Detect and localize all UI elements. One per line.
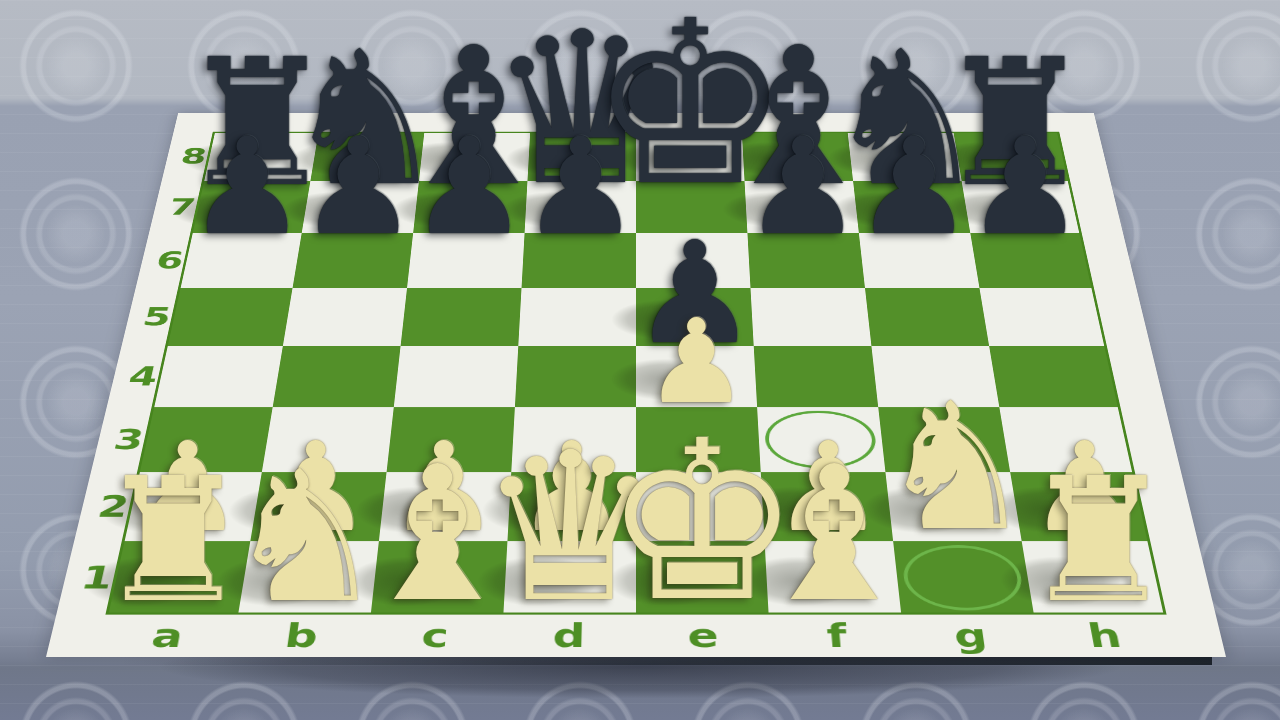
piece-black-pawn-g7[interactable]: ♟ — [854, 122, 974, 256]
square-h5[interactable] — [979, 288, 1106, 346]
square-c5[interactable] — [401, 288, 522, 346]
piece-black-pawn-h7[interactable]: ♟ — [965, 122, 1085, 256]
piece-black-pawn-d7[interactable]: ♟ — [520, 122, 640, 256]
square-c4[interactable] — [394, 346, 519, 407]
square-g5[interactable] — [865, 288, 989, 346]
piece-black-pawn-a7[interactable]: ♟ — [187, 122, 307, 256]
piece-white-bishop-f1[interactable]: ♝ — [751, 443, 918, 629]
square-b5[interactable] — [283, 288, 407, 346]
piece-black-pawn-b7[interactable]: ♟ — [298, 122, 418, 256]
square-f5[interactable] — [750, 288, 871, 346]
piece-white-rook-h1[interactable]: ♜ — [1022, 456, 1176, 627]
file-label-g: g — [901, 615, 1041, 657]
piece-black-pawn-f7[interactable]: ♟ — [743, 122, 863, 256]
chess-game-scene: 87654321abcdefgh ♜♞♝♛♚♝♞♜♟♟♟♟♟♟♟♟♟♟♟♟♟♟♞… — [0, 0, 1280, 720]
square-a4[interactable] — [152, 346, 283, 407]
square-b4[interactable] — [273, 346, 401, 407]
piece-black-pawn-c7[interactable]: ♟ — [409, 122, 529, 256]
square-a5[interactable] — [165, 288, 292, 346]
